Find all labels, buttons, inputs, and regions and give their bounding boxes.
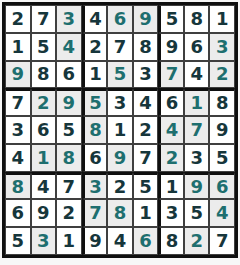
cell-r4c7[interactable]: 6 [158,88,184,116]
cell-r2c6[interactable]: 8 [133,33,159,61]
cell-r5c3[interactable]: 5 [56,116,82,144]
cell-r8c5[interactable]: 8 [107,199,133,227]
cell-r9c8[interactable]: 2 [184,227,210,255]
cell-r9c7[interactable]: 8 [158,227,184,255]
cell-r4c6[interactable]: 4 [133,88,159,116]
cell-r7c9[interactable]: 6 [209,172,235,200]
cell-r1c1[interactable]: 2 [5,5,31,33]
cell-r4c9[interactable]: 8 [209,88,235,116]
cell-r8c6[interactable]: 1 [133,199,159,227]
cell-r5c8[interactable]: 7 [184,116,210,144]
cell-r6c6[interactable]: 7 [133,144,159,172]
cell-r4c8[interactable]: 1 [184,88,210,116]
cell-r2c3[interactable]: 4 [56,33,82,61]
cell-r9c1[interactable]: 5 [5,227,31,255]
cell-r8c8[interactable]: 5 [184,199,210,227]
cell-r1c8[interactable]: 8 [184,5,210,33]
cell-r3c3[interactable]: 6 [56,61,82,89]
cell-r2c2[interactable]: 5 [31,33,57,61]
cell-r8c3[interactable]: 2 [56,199,82,227]
cell-r7c1[interactable]: 8 [5,172,31,200]
cell-r3c4[interactable]: 1 [82,61,108,89]
cell-r3c7[interactable]: 7 [158,61,184,89]
cell-r8c1[interactable]: 6 [5,199,31,227]
cell-r5c1[interactable]: 3 [5,116,31,144]
cell-r6c1[interactable]: 4 [5,144,31,172]
cell-r3c2[interactable]: 8 [31,61,57,89]
cell-r1c5[interactable]: 6 [107,5,133,33]
cell-r7c7[interactable]: 1 [158,172,184,200]
cell-r7c5[interactable]: 2 [107,172,133,200]
cell-r3c6[interactable]: 3 [133,61,159,89]
cell-r4c1[interactable]: 7 [5,88,31,116]
cell-r2c9[interactable]: 3 [209,33,235,61]
cell-r3c8[interactable]: 4 [184,61,210,89]
cell-r9c3[interactable]: 1 [56,227,82,255]
cell-r6c8[interactable]: 3 [184,144,210,172]
cell-r4c4[interactable]: 5 [82,88,108,116]
cell-r1c7[interactable]: 5 [158,5,184,33]
cell-r7c8[interactable]: 9 [184,172,210,200]
cell-r6c3[interactable]: 8 [56,144,82,172]
cell-r2c8[interactable]: 6 [184,33,210,61]
cell-r2c4[interactable]: 2 [82,33,108,61]
cell-r9c5[interactable]: 4 [107,227,133,255]
cell-r6c4[interactable]: 6 [82,144,108,172]
cell-r2c1[interactable]: 1 [5,33,31,61]
cell-r9c9[interactable]: 7 [209,227,235,255]
cell-r3c1[interactable]: 9 [5,61,31,89]
cell-r4c2[interactable]: 2 [31,88,57,116]
cell-r8c9[interactable]: 4 [209,199,235,227]
cell-r4c3[interactable]: 9 [56,88,82,116]
cell-r5c2[interactable]: 6 [31,116,57,144]
cell-r1c4[interactable]: 4 [82,5,108,33]
cell-r7c2[interactable]: 4 [31,172,57,200]
cell-r6c5[interactable]: 9 [107,144,133,172]
cell-r5c7[interactable]: 4 [158,116,184,144]
cell-r1c9[interactable]: 1 [209,5,235,33]
cell-r6c9[interactable]: 5 [209,144,235,172]
cell-r1c6[interactable]: 9 [133,5,159,33]
cell-r4c5[interactable]: 3 [107,88,133,116]
cell-r7c3[interactable]: 7 [56,172,82,200]
cell-r3c5[interactable]: 5 [107,61,133,89]
cell-r9c4[interactable]: 9 [82,227,108,255]
cell-r2c7[interactable]: 9 [158,33,184,61]
sudoku-board: 2734695811542789639861537427295346183658… [2,2,238,258]
cell-r8c7[interactable]: 3 [158,199,184,227]
cell-r8c4[interactable]: 7 [82,199,108,227]
cell-r8c2[interactable]: 9 [31,199,57,227]
cell-r9c2[interactable]: 3 [31,227,57,255]
cell-r1c3[interactable]: 3 [56,5,82,33]
cell-r9c6[interactable]: 6 [133,227,159,255]
cell-r5c4[interactable]: 8 [82,116,108,144]
cell-r1c2[interactable]: 7 [31,5,57,33]
cell-r3c9[interactable]: 2 [209,61,235,89]
cell-r2c5[interactable]: 7 [107,33,133,61]
cell-r7c4[interactable]: 3 [82,172,108,200]
cell-r6c7[interactable]: 2 [158,144,184,172]
cell-r7c6[interactable]: 5 [133,172,159,200]
cell-r5c5[interactable]: 1 [107,116,133,144]
cell-r5c6[interactable]: 2 [133,116,159,144]
cell-r6c2[interactable]: 1 [31,144,57,172]
cell-r5c9[interactable]: 9 [209,116,235,144]
